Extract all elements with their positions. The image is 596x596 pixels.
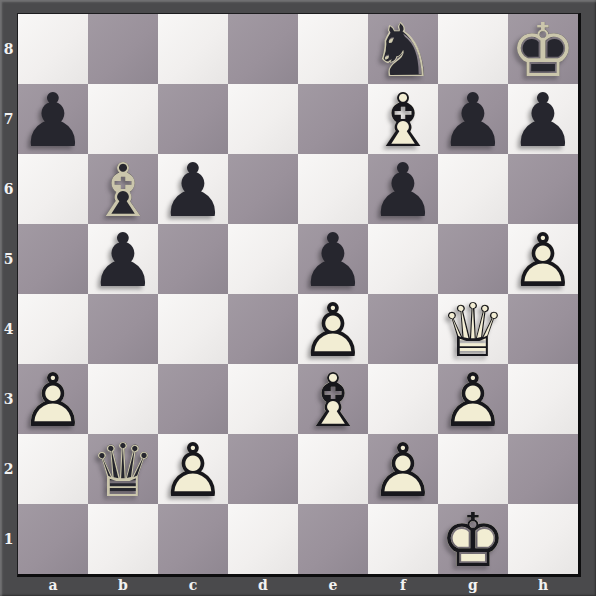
square-a2[interactable] bbox=[18, 434, 88, 504]
square-d4[interactable] bbox=[228, 294, 298, 364]
black-pawn-glyph: ♟ bbox=[368, 154, 438, 226]
square-f2[interactable]: ♟♙ bbox=[368, 434, 438, 504]
black-pawn-glyph: ♟ bbox=[298, 224, 368, 296]
black-pawn[interactable]: ♟ bbox=[508, 84, 578, 154]
rank-label-1: 1 bbox=[0, 504, 17, 574]
white-bishop-glyph: ♝ bbox=[298, 364, 368, 436]
white-queen-detail: ♕ bbox=[438, 294, 508, 366]
square-d1[interactable] bbox=[228, 504, 298, 574]
file-label-e: e bbox=[298, 577, 368, 596]
square-f6[interactable]: ♟ bbox=[368, 154, 438, 224]
white-pawn-glyph: ♟ bbox=[368, 434, 438, 506]
square-g8[interactable] bbox=[438, 14, 508, 84]
square-h2[interactable] bbox=[508, 434, 578, 504]
black-bishop-glyph: ♝ bbox=[88, 154, 158, 226]
square-g4[interactable]: ♛♕ bbox=[438, 294, 508, 364]
white-pawn-detail: ♙ bbox=[18, 364, 88, 436]
rank-label-6: 6 bbox=[0, 154, 17, 224]
square-a1[interactable] bbox=[18, 504, 88, 574]
black-pawn[interactable]: ♟ bbox=[298, 224, 368, 294]
rank-label-7: 7 bbox=[0, 84, 17, 154]
chess-diagram: 87654321 ♞♘♚♔♟♝♗♟♟♝♗♟♟♟♟♟♙♟♙♛♕♟♙♝♗♟♙♛♕♟♙… bbox=[0, 0, 596, 596]
white-pawn-glyph: ♟ bbox=[508, 224, 578, 296]
square-h4[interactable] bbox=[508, 294, 578, 364]
square-h7[interactable]: ♟ bbox=[508, 84, 578, 154]
square-a5[interactable] bbox=[18, 224, 88, 294]
black-pawn[interactable]: ♟ bbox=[88, 224, 158, 294]
white-bishop-detail: ♗ bbox=[368, 84, 438, 156]
white-pawn[interactable]: ♟♙ bbox=[438, 364, 508, 434]
square-g1[interactable]: ♚♔ bbox=[438, 504, 508, 574]
square-b5[interactable]: ♟ bbox=[88, 224, 158, 294]
square-e5[interactable]: ♟ bbox=[298, 224, 368, 294]
white-pawn-glyph: ♟ bbox=[18, 364, 88, 436]
black-pawn-glyph: ♟ bbox=[438, 84, 508, 156]
square-c3[interactable] bbox=[158, 364, 228, 434]
white-pawn-detail: ♙ bbox=[368, 434, 438, 506]
square-h1[interactable] bbox=[508, 504, 578, 574]
white-pawn-glyph: ♟ bbox=[158, 434, 228, 506]
file-label-a: a bbox=[18, 577, 88, 596]
black-pawn[interactable]: ♟ bbox=[18, 84, 88, 154]
black-queen-detail: ♕ bbox=[88, 434, 158, 506]
white-pawn[interactable]: ♟♙ bbox=[298, 294, 368, 364]
square-d6[interactable] bbox=[228, 154, 298, 224]
black-pawn[interactable]: ♟ bbox=[158, 154, 228, 224]
black-knight-detail: ♘ bbox=[368, 14, 438, 86]
file-label-f: f bbox=[368, 577, 438, 596]
square-f5[interactable] bbox=[368, 224, 438, 294]
white-pawn-glyph: ♟ bbox=[438, 364, 508, 436]
square-c8[interactable] bbox=[158, 14, 228, 84]
square-b3[interactable] bbox=[88, 364, 158, 434]
square-a8[interactable] bbox=[18, 14, 88, 84]
white-pawn-detail: ♙ bbox=[158, 434, 228, 506]
white-pawn-detail: ♙ bbox=[438, 364, 508, 436]
rank-label-4: 4 bbox=[0, 294, 17, 364]
square-b4[interactable] bbox=[88, 294, 158, 364]
white-pawn[interactable]: ♟♙ bbox=[368, 434, 438, 504]
white-pawn-glyph: ♟ bbox=[298, 294, 368, 366]
square-e2[interactable] bbox=[298, 434, 368, 504]
rank-label-2: 2 bbox=[0, 434, 17, 504]
square-f8[interactable]: ♞♘ bbox=[368, 14, 438, 84]
black-queen-glyph: ♛ bbox=[88, 434, 158, 506]
square-d7[interactable] bbox=[228, 84, 298, 154]
black-pawn[interactable]: ♟ bbox=[438, 84, 508, 154]
white-bishop-detail: ♗ bbox=[298, 364, 368, 436]
square-c4[interactable] bbox=[158, 294, 228, 364]
black-king[interactable]: ♚♔ bbox=[508, 14, 578, 84]
square-h5[interactable]: ♟♙ bbox=[508, 224, 578, 294]
square-e1[interactable] bbox=[298, 504, 368, 574]
black-knight[interactable]: ♞♘ bbox=[368, 14, 438, 84]
black-pawn-glyph: ♟ bbox=[18, 84, 88, 156]
square-g7[interactable]: ♟ bbox=[438, 84, 508, 154]
square-f7[interactable]: ♝♗ bbox=[368, 84, 438, 154]
square-d2[interactable] bbox=[228, 434, 298, 504]
square-g3[interactable]: ♟♙ bbox=[438, 364, 508, 434]
white-pawn[interactable]: ♟♙ bbox=[158, 434, 228, 504]
file-label-g: g bbox=[438, 577, 508, 596]
rank-label-3: 3 bbox=[0, 364, 17, 434]
white-pawn[interactable]: ♟♙ bbox=[18, 364, 88, 434]
square-h8[interactable]: ♚♔ bbox=[508, 14, 578, 84]
square-a7[interactable]: ♟ bbox=[18, 84, 88, 154]
square-c7[interactable] bbox=[158, 84, 228, 154]
square-d8[interactable] bbox=[228, 14, 298, 84]
rank-labels: 87654321 bbox=[0, 14, 17, 574]
square-b8[interactable] bbox=[88, 14, 158, 84]
white-queen-glyph: ♛ bbox=[438, 294, 508, 366]
square-b1[interactable] bbox=[88, 504, 158, 574]
square-g5[interactable] bbox=[438, 224, 508, 294]
black-bishop-detail: ♗ bbox=[88, 154, 158, 226]
white-bishop[interactable]: ♝♗ bbox=[368, 84, 438, 154]
black-bishop[interactable]: ♝♗ bbox=[88, 154, 158, 224]
square-d3[interactable] bbox=[228, 364, 298, 434]
black-pawn-glyph: ♟ bbox=[88, 224, 158, 296]
square-e7[interactable] bbox=[298, 84, 368, 154]
square-a3[interactable]: ♟♙ bbox=[18, 364, 88, 434]
square-e6[interactable] bbox=[298, 154, 368, 224]
chess-board: ♞♘♚♔♟♝♗♟♟♝♗♟♟♟♟♟♙♟♙♛♕♟♙♝♗♟♙♛♕♟♙♟♙♚♔ bbox=[17, 13, 581, 577]
square-c2[interactable]: ♟♙ bbox=[158, 434, 228, 504]
black-pawn-glyph: ♟ bbox=[508, 84, 578, 156]
rank-label-8: 8 bbox=[0, 14, 17, 84]
file-label-h: h bbox=[508, 577, 578, 596]
square-e3[interactable]: ♝♗ bbox=[298, 364, 368, 434]
white-bishop[interactable]: ♝♗ bbox=[298, 364, 368, 434]
white-king[interactable]: ♚♔ bbox=[438, 504, 508, 574]
square-g6[interactable] bbox=[438, 154, 508, 224]
square-b2[interactable]: ♛♕ bbox=[88, 434, 158, 504]
square-g2[interactable] bbox=[438, 434, 508, 504]
black-pawn[interactable]: ♟ bbox=[368, 154, 438, 224]
square-f3[interactable] bbox=[368, 364, 438, 434]
white-pawn-detail: ♙ bbox=[298, 294, 368, 366]
black-king-glyph: ♚ bbox=[508, 14, 578, 86]
square-a6[interactable] bbox=[18, 154, 88, 224]
black-king-detail: ♔ bbox=[508, 14, 578, 86]
square-d5[interactable] bbox=[228, 224, 298, 294]
rank-label-5: 5 bbox=[0, 224, 17, 294]
square-a4[interactable] bbox=[18, 294, 88, 364]
square-c6[interactable]: ♟ bbox=[158, 154, 228, 224]
square-f4[interactable] bbox=[368, 294, 438, 364]
square-b6[interactable]: ♝♗ bbox=[88, 154, 158, 224]
file-labels: abcdefgh bbox=[18, 577, 582, 596]
white-king-detail: ♔ bbox=[438, 504, 508, 576]
black-pawn-glyph: ♟ bbox=[158, 154, 228, 226]
square-h6[interactable] bbox=[508, 154, 578, 224]
white-king-glyph: ♚ bbox=[438, 504, 508, 576]
black-knight-glyph: ♞ bbox=[368, 14, 438, 86]
square-c1[interactable] bbox=[158, 504, 228, 574]
black-queen[interactable]: ♛♕ bbox=[88, 434, 158, 504]
square-f1[interactable] bbox=[368, 504, 438, 574]
file-label-c: c bbox=[158, 577, 228, 596]
square-h3[interactable] bbox=[508, 364, 578, 434]
square-c5[interactable] bbox=[158, 224, 228, 294]
square-e4[interactable]: ♟♙ bbox=[298, 294, 368, 364]
square-b7[interactable] bbox=[88, 84, 158, 154]
white-pawn[interactable]: ♟♙ bbox=[508, 224, 578, 294]
white-queen[interactable]: ♛♕ bbox=[438, 294, 508, 364]
white-pawn-detail: ♙ bbox=[508, 224, 578, 296]
file-label-b: b bbox=[88, 577, 158, 596]
square-e8[interactable] bbox=[298, 14, 368, 84]
file-label-d: d bbox=[228, 577, 298, 596]
white-bishop-glyph: ♝ bbox=[368, 84, 438, 156]
